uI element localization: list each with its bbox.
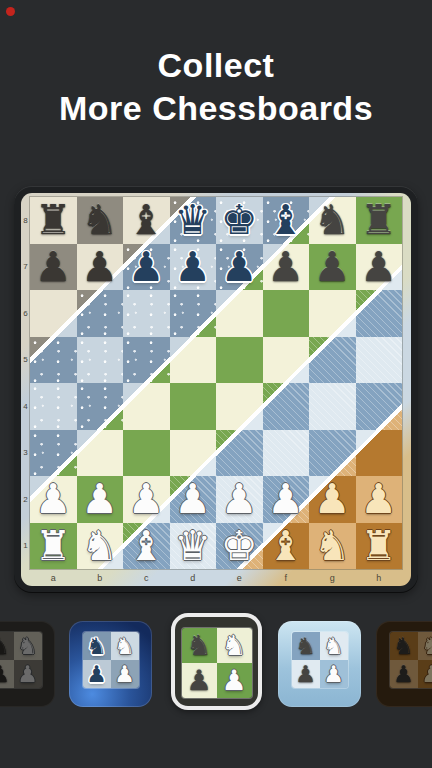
black-piece-q: ♛ (174, 197, 211, 244)
black-piece-b: ♝ (267, 197, 304, 244)
rank-label-2: 2 (21, 476, 30, 523)
rank-labels: 87654321 (21, 197, 30, 569)
thumbnail-theme-wood[interactable]: ♞♞♟♟ (376, 621, 432, 707)
square-e5 (216, 337, 263, 384)
square-g3 (309, 430, 356, 477)
white-mini-piece-p: ♟ (17, 661, 38, 687)
square-c1: ♝ (123, 523, 170, 570)
square-g8: ♞ (309, 197, 356, 244)
square-a4 (30, 383, 77, 430)
thumbnail-mini-board: ♞♞♟♟ (0, 632, 42, 688)
black-piece-p: ♟ (267, 244, 304, 291)
square-a7: ♟ (30, 244, 77, 291)
board-squares: ♜♞♝♛♚♝♞♜♟♟♟♟♟♟♟♟♟♟♟♟♟♟♟♟♜♞♝♛♚♝♞♜ (30, 197, 402, 569)
page-title: Collect More Chessboards (0, 44, 432, 130)
white-mini-piece-n: ♞ (421, 633, 432, 659)
white-piece-b: ♝ (128, 523, 165, 570)
white-piece-b: ♝ (267, 523, 304, 570)
white-mini-piece-p: ♟ (421, 661, 432, 687)
square-f3 (263, 430, 310, 477)
square-b6 (77, 290, 124, 337)
black-mini-piece-p: ♟ (393, 661, 414, 687)
black-piece-n: ♞ (81, 197, 118, 244)
square-e8: ♚ (216, 197, 263, 244)
file-label-e: e (216, 570, 263, 585)
thumbnail-mini-board: ♞♞♟♟ (182, 628, 252, 698)
square-a1: ♜ (30, 523, 77, 570)
square-e7: ♟ (216, 244, 263, 291)
square-b1: ♞ (77, 523, 124, 570)
white-mini-piece-n: ♞ (17, 633, 38, 659)
square-e3 (216, 430, 263, 477)
black-mini-piece-p: ♟ (0, 661, 10, 687)
square-c6 (123, 290, 170, 337)
square-f1: ♝ (263, 523, 310, 570)
black-mini-piece-p: ♟ (86, 661, 107, 687)
square-h5 (356, 337, 403, 384)
square-c2: ♟ (123, 476, 170, 523)
square-h8: ♜ (356, 197, 403, 244)
rank-label-5: 5 (21, 337, 30, 384)
square-b4 (77, 383, 124, 430)
file-label-g: g (309, 570, 356, 585)
file-label-f: f (263, 570, 310, 585)
square-a2: ♟ (30, 476, 77, 523)
square-g1: ♞ (309, 523, 356, 570)
square-d7: ♟ (170, 244, 217, 291)
rank-label-8: 8 (21, 197, 30, 244)
white-piece-p: ♟ (267, 476, 304, 523)
white-piece-p: ♟ (314, 476, 351, 523)
square-d1: ♛ (170, 523, 217, 570)
black-mini-piece-n: ♞ (86, 633, 107, 659)
black-piece-p: ♟ (221, 244, 258, 291)
square-b7: ♟ (77, 244, 124, 291)
square-d5 (170, 337, 217, 384)
square-g7: ♟ (309, 244, 356, 291)
app-screen: Collect More Chessboards ♜♞♝♛♚♝♞♜♟♟♟♟♟♟♟… (0, 0, 432, 768)
square-h4 (356, 383, 403, 430)
square-e4 (216, 383, 263, 430)
square-d6 (170, 290, 217, 337)
square-g5 (309, 337, 356, 384)
notification-dot (6, 7, 15, 16)
white-piece-p: ♟ (221, 476, 258, 523)
board-bezel: ♜♞♝♛♚♝♞♜♟♟♟♟♟♟♟♟♟♟♟♟♟♟♟♟♜♞♝♛♚♝♞♜ 8765432… (21, 193, 411, 586)
square-f8: ♝ (263, 197, 310, 244)
file-label-b: b (77, 570, 124, 585)
square-b5 (77, 337, 124, 384)
white-mini-piece-p: ♟ (221, 664, 246, 697)
square-c4 (123, 383, 170, 430)
square-d2: ♟ (170, 476, 217, 523)
square-d3 (170, 430, 217, 477)
title-line-1: Collect (0, 44, 432, 87)
black-mini-piece-p: ♟ (295, 661, 316, 687)
square-f4 (263, 383, 310, 430)
white-piece-r: ♜ (35, 523, 72, 570)
square-e6 (216, 290, 263, 337)
square-g4 (309, 383, 356, 430)
white-mini-piece-p: ♟ (323, 661, 344, 687)
white-piece-p: ♟ (81, 476, 118, 523)
square-e1: ♚ (216, 523, 263, 570)
black-mini-piece-n: ♞ (0, 633, 10, 659)
white-piece-r: ♜ (360, 523, 397, 570)
black-piece-p: ♟ (314, 244, 351, 291)
black-piece-p: ♟ (128, 244, 165, 291)
file-label-a: a (30, 570, 77, 585)
square-a8: ♜ (30, 197, 77, 244)
black-piece-b: ♝ (128, 197, 165, 244)
square-h3 (356, 430, 403, 477)
white-piece-p: ♟ (128, 476, 165, 523)
square-c3 (123, 430, 170, 477)
white-piece-p: ♟ (35, 476, 72, 523)
black-mini-piece-n: ♞ (186, 629, 211, 662)
square-h2: ♟ (356, 476, 403, 523)
black-piece-n: ♞ (314, 197, 351, 244)
rank-label-1: 1 (21, 523, 30, 570)
file-label-c: c (123, 570, 170, 585)
square-h7: ♟ (356, 244, 403, 291)
square-a6 (30, 290, 77, 337)
rank-label-6: 6 (21, 290, 30, 337)
square-b8: ♞ (77, 197, 124, 244)
square-d4 (170, 383, 217, 430)
chessboard: ♜♞♝♛♚♝♞♜♟♟♟♟♟♟♟♟♟♟♟♟♟♟♟♟♜♞♝♛♚♝♞♜ 8765432… (14, 186, 418, 593)
thumbnail-theme-blue-galaxy[interactable]: ♞♞♟♟ (69, 621, 152, 707)
black-piece-p: ♟ (35, 244, 72, 291)
square-c8: ♝ (123, 197, 170, 244)
square-a3 (30, 430, 77, 477)
square-g2: ♟ (309, 476, 356, 523)
thumbnail-theme-classic-gray[interactable]: ♞♞♟♟ (0, 621, 55, 707)
square-g6 (309, 290, 356, 337)
white-piece-p: ♟ (174, 476, 211, 523)
thumbnail-theme-blue-water[interactable]: ♞♞♟♟ (278, 621, 361, 707)
square-f7: ♟ (263, 244, 310, 291)
thumbnail-theme-green[interactable]: ♞♞♟♟ (171, 613, 262, 710)
white-mini-piece-p: ♟ (114, 661, 135, 687)
square-f2: ♟ (263, 476, 310, 523)
file-labels: abcdefgh (30, 570, 402, 585)
black-mini-piece-p: ♟ (186, 664, 211, 697)
square-d8: ♛ (170, 197, 217, 244)
title-line-2: More Chessboards (0, 87, 432, 130)
square-c7: ♟ (123, 244, 170, 291)
square-h6 (356, 290, 403, 337)
square-b2: ♟ (77, 476, 124, 523)
white-piece-n: ♞ (81, 523, 118, 570)
thumbnail-mini-board: ♞♞♟♟ (390, 632, 432, 688)
file-label-h: h (356, 570, 403, 585)
square-e2: ♟ (216, 476, 263, 523)
square-f6 (263, 290, 310, 337)
white-mini-piece-n: ♞ (221, 629, 246, 662)
rank-label-7: 7 (21, 244, 30, 291)
black-piece-p: ♟ (360, 244, 397, 291)
rank-label-4: 4 (21, 383, 30, 430)
white-piece-k: ♚ (221, 523, 258, 570)
black-mini-piece-n: ♞ (295, 633, 316, 659)
white-mini-piece-n: ♞ (114, 633, 135, 659)
black-mini-piece-n: ♞ (393, 633, 414, 659)
file-label-d: d (170, 570, 217, 585)
square-a5 (30, 337, 77, 384)
black-piece-k: ♚ (221, 197, 258, 244)
square-c5 (123, 337, 170, 384)
black-piece-r: ♜ (35, 197, 72, 244)
white-piece-n: ♞ (314, 523, 351, 570)
white-piece-p: ♟ (360, 476, 397, 523)
black-piece-r: ♜ (360, 197, 397, 244)
thumbnail-mini-board: ♞♞♟♟ (83, 632, 139, 688)
white-mini-piece-n: ♞ (323, 633, 344, 659)
square-f5 (263, 337, 310, 384)
rank-label-3: 3 (21, 430, 30, 477)
thumbnail-mini-board: ♞♞♟♟ (292, 632, 348, 688)
white-piece-q: ♛ (174, 523, 211, 570)
square-h1: ♜ (356, 523, 403, 570)
black-piece-p: ♟ (174, 244, 211, 291)
square-b3 (77, 430, 124, 477)
black-piece-p: ♟ (81, 244, 118, 291)
